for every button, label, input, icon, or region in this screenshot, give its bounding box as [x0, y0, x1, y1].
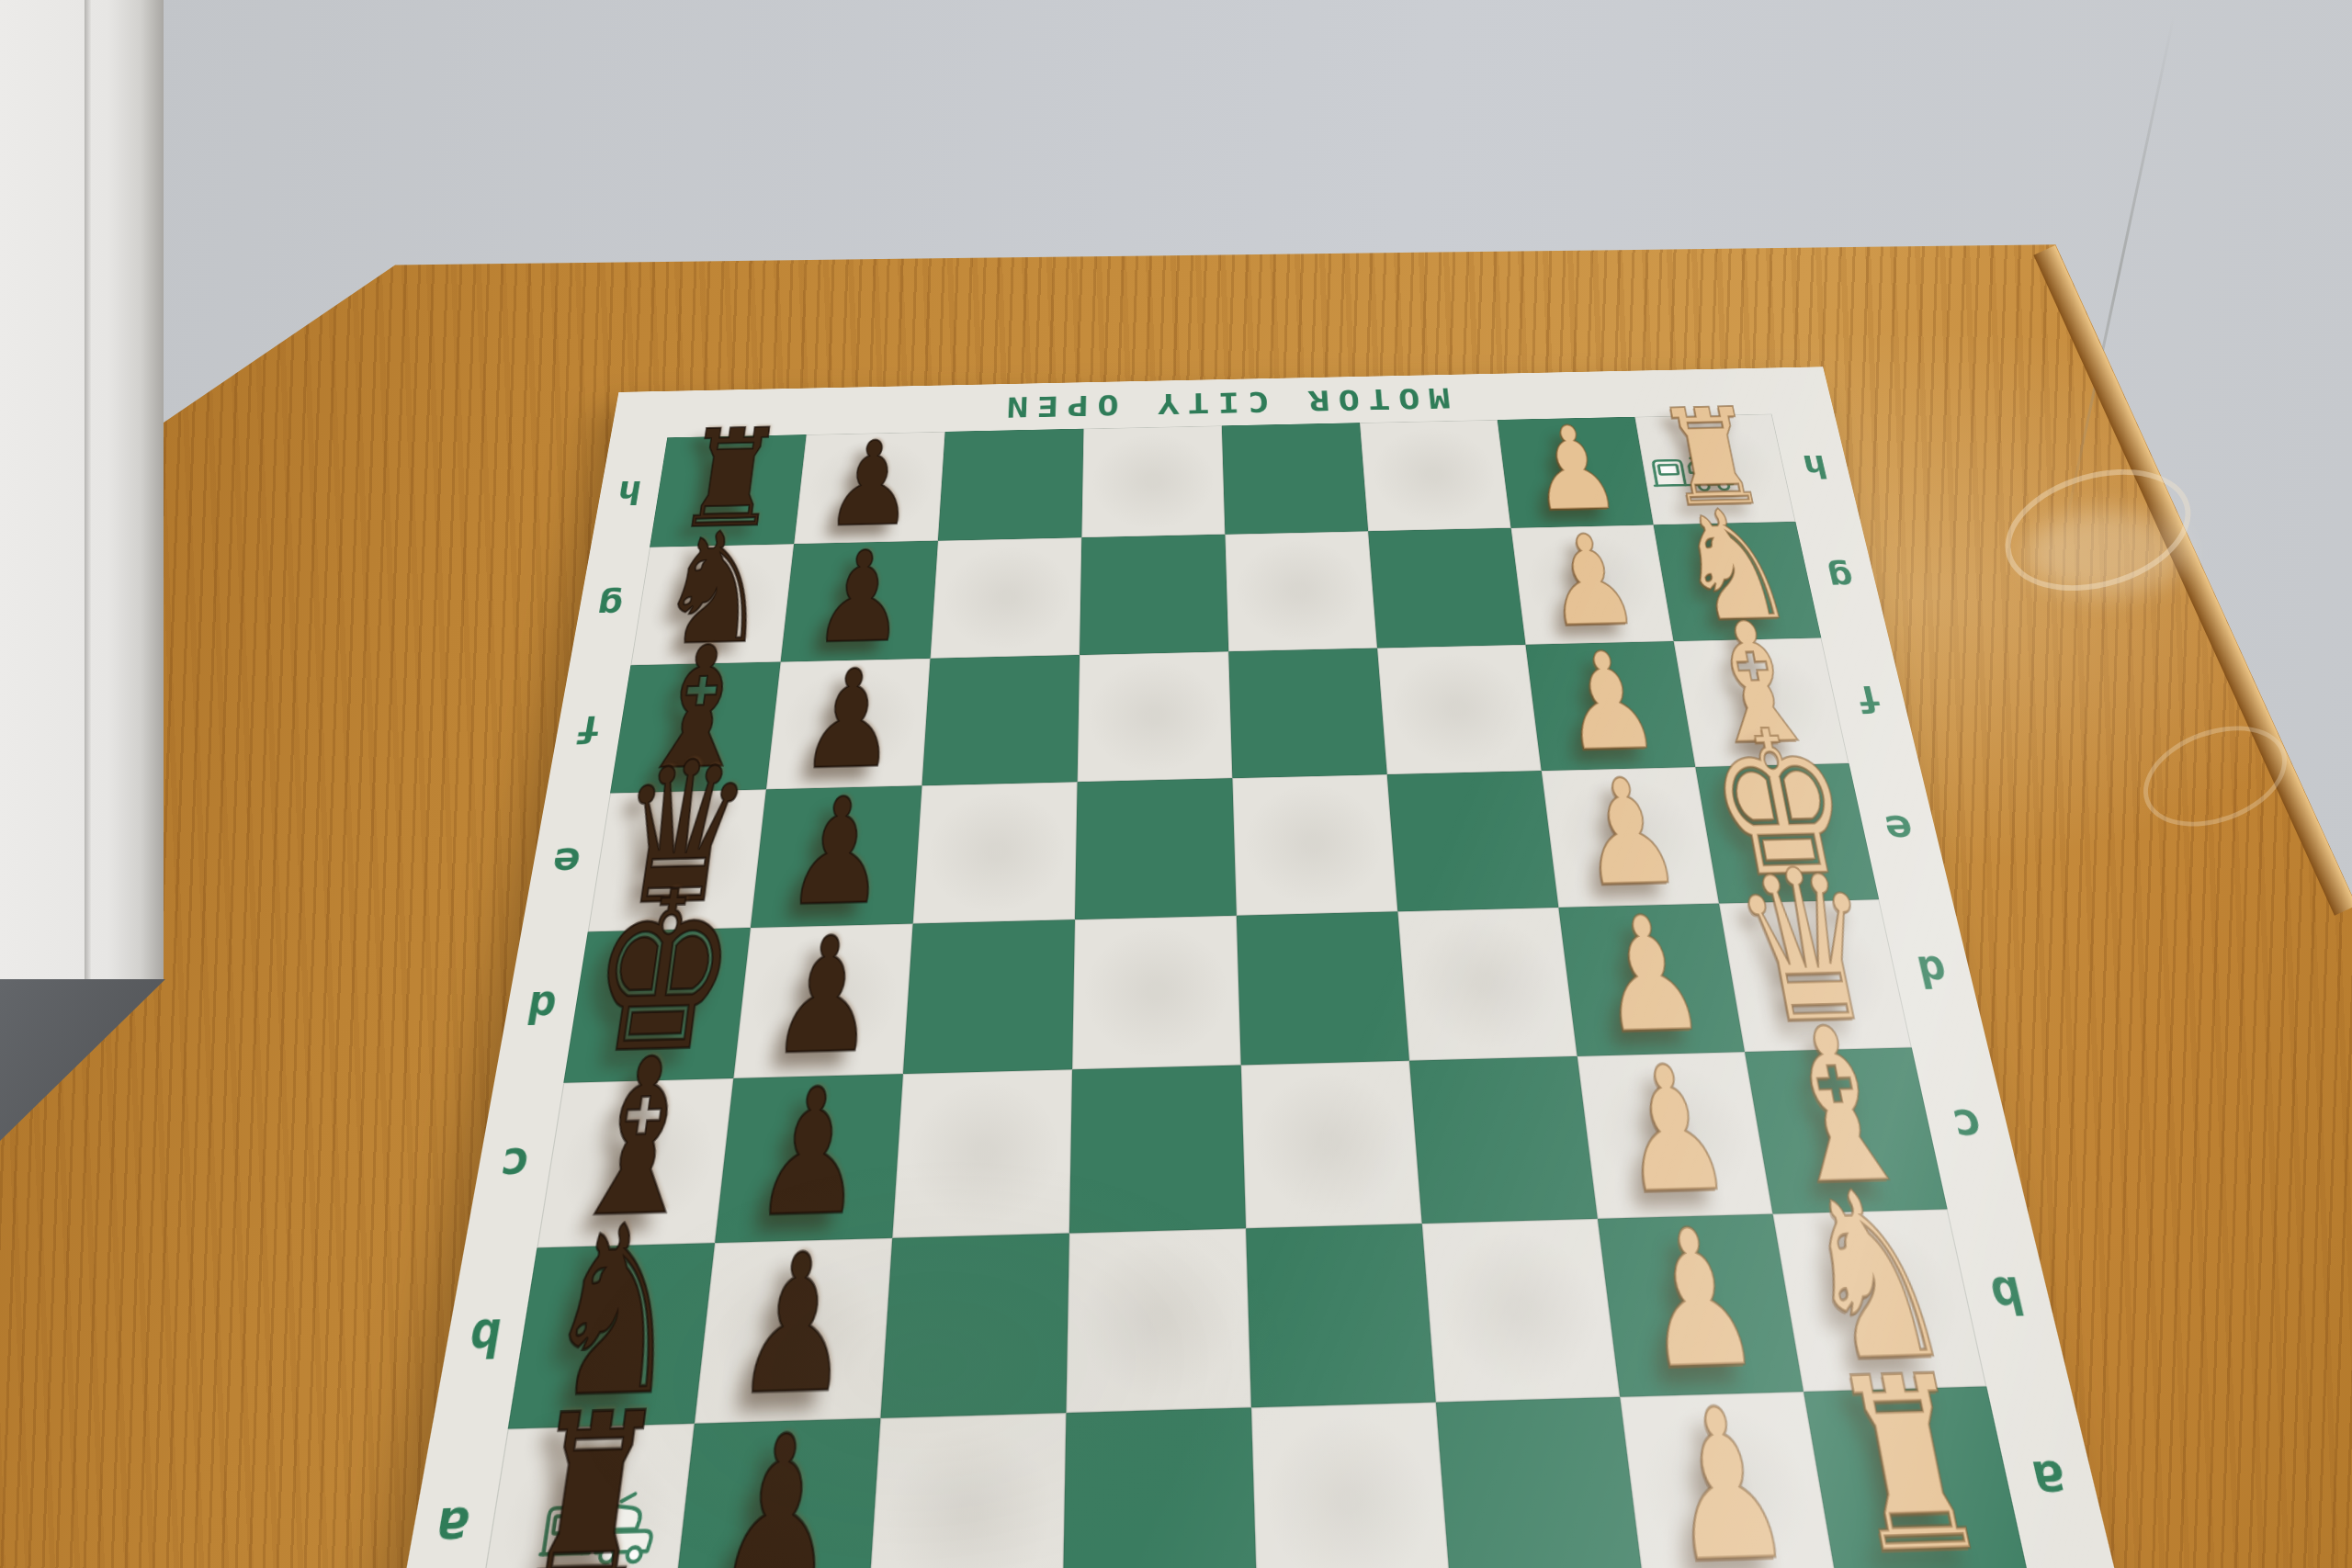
square-g6[interactable]: [931, 537, 1082, 659]
square-f4[interactable]: [1228, 649, 1387, 779]
square-a5[interactable]: [1063, 1407, 1258, 1568]
square-g4[interactable]: [1225, 531, 1377, 651]
square-a3[interactable]: [1436, 1397, 1645, 1568]
square-h6[interactable]: [938, 429, 1084, 541]
square-h3[interactable]: [1360, 420, 1511, 531]
square-a4[interactable]: [1251, 1403, 1452, 1568]
square-b5[interactable]: [1066, 1228, 1250, 1413]
square-g3[interactable]: [1368, 528, 1525, 649]
wood-smudge: [2026, 511, 2187, 595]
square-f5[interactable]: [1078, 651, 1233, 782]
door-panel-line: [85, 0, 91, 979]
square-a8[interactable]: ♜: [476, 1424, 695, 1568]
square-c5[interactable]: [1069, 1065, 1246, 1233]
square-d5[interactable]: [1072, 916, 1241, 1070]
square-h4[interactable]: [1222, 423, 1368, 535]
square-c4[interactable]: [1241, 1061, 1422, 1229]
door-frame: [0, 0, 164, 979]
square-a7[interactable]: ♟: [672, 1418, 880, 1568]
chess-board-photo: MOTOR CITY OPENhh8gg7ff6ee5dd4cc3bb2aa1♜…: [0, 0, 2352, 1568]
white-pawn[interactable]: ♟: [1654, 1388, 1800, 1568]
square-e6[interactable]: [913, 782, 1078, 923]
black-pawn[interactable]: ♟: [709, 1415, 846, 1568]
square-b6[interactable]: [880, 1234, 1069, 1418]
square-d3[interactable]: [1397, 908, 1577, 1061]
square-h5[interactable]: [1081, 425, 1225, 537]
square-e3[interactable]: [1387, 771, 1559, 911]
square-e5[interactable]: [1075, 778, 1237, 919]
square-f3[interactable]: [1377, 645, 1542, 774]
square-a2[interactable]: ♟: [1620, 1392, 1837, 1568]
square-e4[interactable]: [1232, 774, 1397, 916]
square-g5[interactable]: [1080, 535, 1228, 655]
square-b4[interactable]: [1246, 1224, 1436, 1407]
square-a6[interactable]: [867, 1413, 1066, 1568]
square-d4[interactable]: [1237, 911, 1409, 1065]
event-title: MOTOR CITY OPEN: [997, 382, 1451, 423]
square-b3[interactable]: [1422, 1219, 1620, 1403]
square-f6[interactable]: [922, 655, 1080, 785]
square-c6[interactable]: [892, 1069, 1072, 1238]
square-d6[interactable]: [903, 919, 1075, 1074]
square-c3[interactable]: [1409, 1056, 1598, 1224]
